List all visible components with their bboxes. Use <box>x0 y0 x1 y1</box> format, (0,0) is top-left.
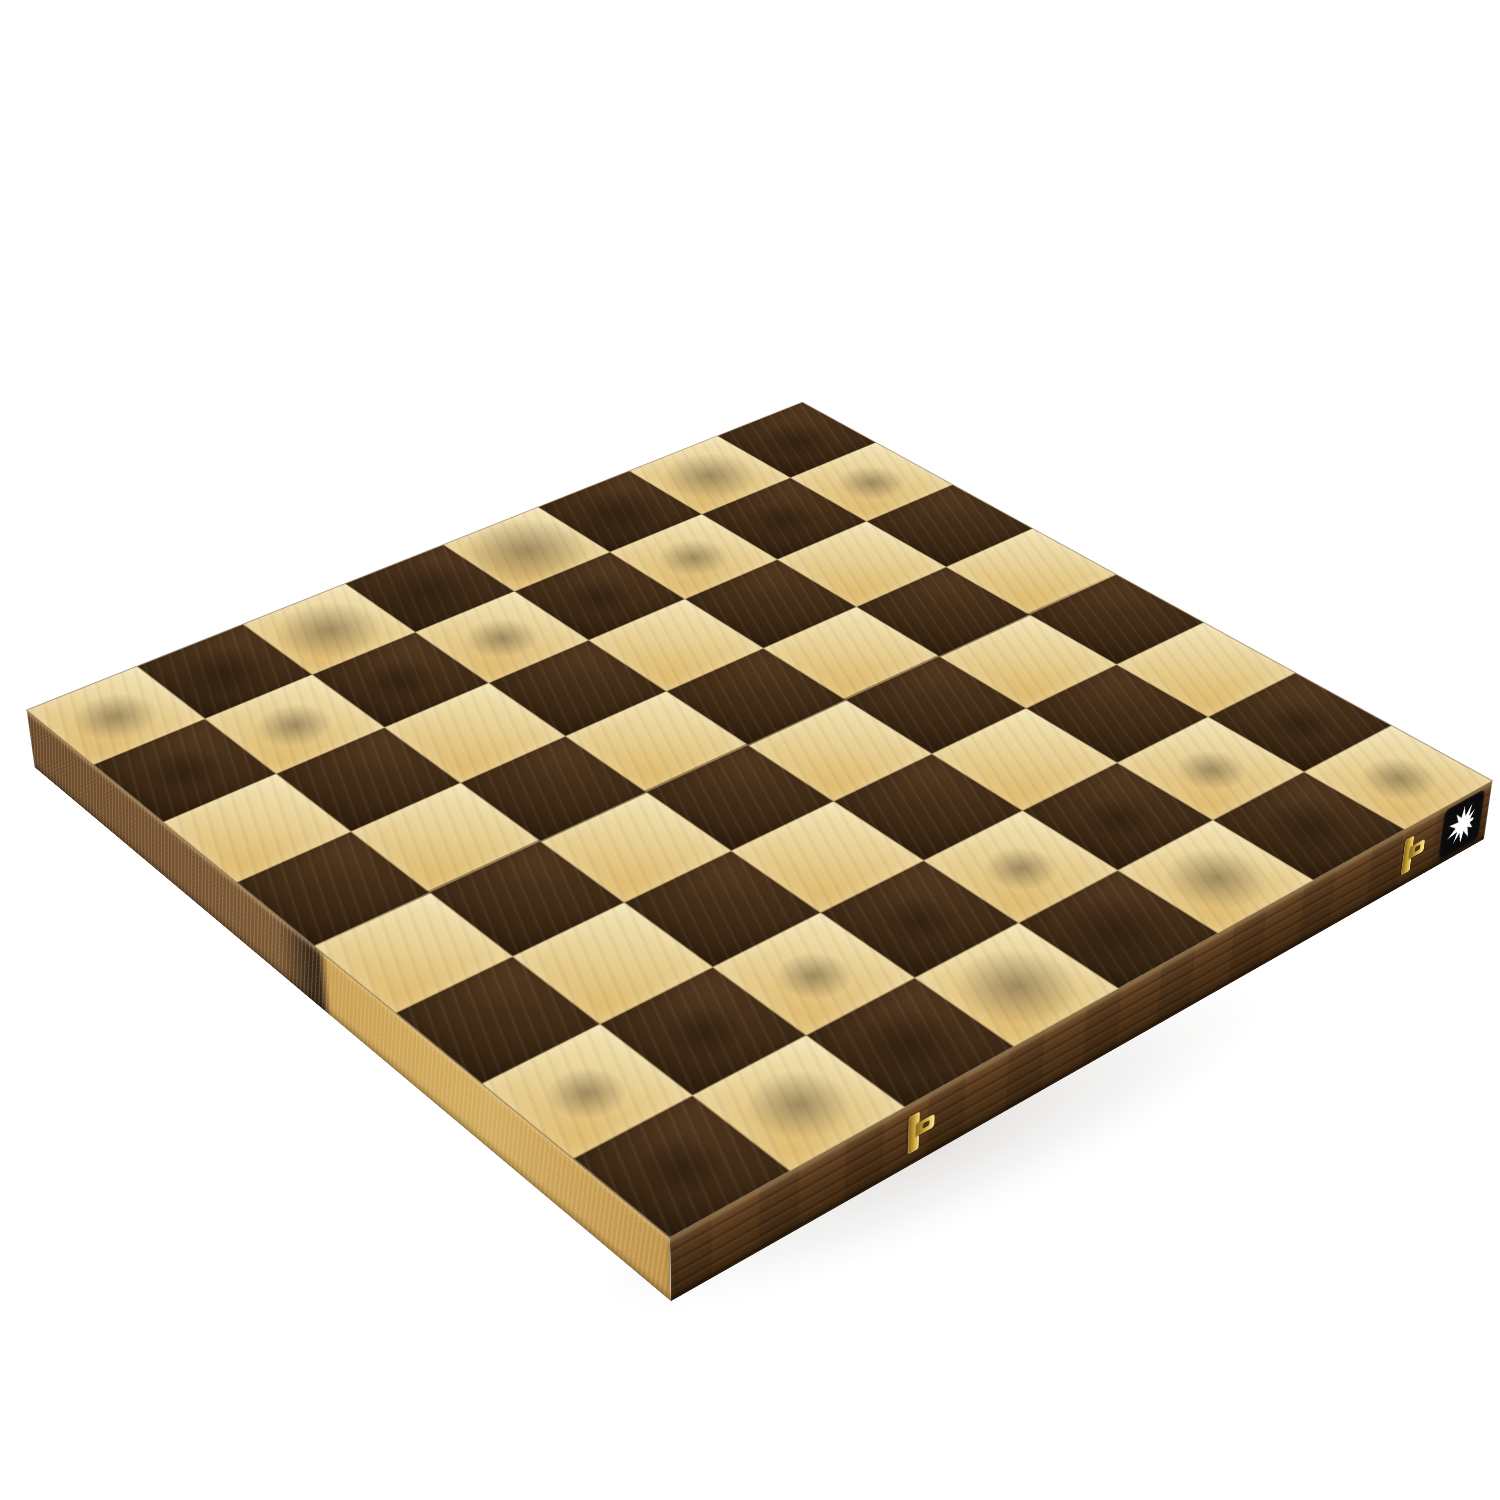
black-pawn-glyph: ♟ <box>108 563 260 780</box>
product-photo-stage: ♜♞♝♛♚♝♞♜♟♟♟♟♟♟♟♟♟♟♟♟♟♟♟♟♜♞♝♛♚♝♞♜ <box>0 0 1500 1500</box>
brass-latch <box>934 1103 935 1140</box>
square-c5[interactable] <box>461 736 647 841</box>
brass-latch <box>1422 828 1427 863</box>
white-rook-glyph: ♜ <box>595 931 768 1178</box>
